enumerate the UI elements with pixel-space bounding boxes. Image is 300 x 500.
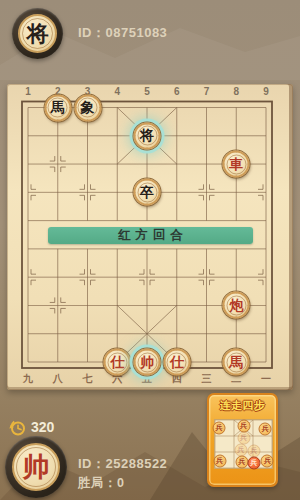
timer-clock-icon	[8, 418, 27, 437]
file-label-top: 1	[25, 86, 31, 97]
piece-glyph: 仕	[170, 355, 184, 369]
file-label-top: 4	[114, 86, 120, 97]
piece-glyph: 仕	[110, 355, 124, 369]
file-label-bottom: 三	[202, 372, 212, 386]
piece-black-象[interactable]: 象	[74, 94, 101, 121]
mini-piece: 兵	[234, 443, 247, 456]
mini-piece: 兵	[213, 455, 226, 468]
xiangqi-board[interactable]: 123456789九八七六五四三二一 馬象将卒車炮仕帅仕馬 红方回合	[7, 84, 293, 390]
promo-title: 连走四步	[209, 398, 276, 413]
player-avatar-piece: 帅	[12, 443, 60, 491]
file-label-top: 7	[204, 86, 210, 97]
piece-red-炮[interactable]: 炮	[223, 292, 250, 319]
file-label-bottom: 一	[261, 372, 271, 386]
piece-red-仕[interactable]: 仕	[163, 349, 190, 376]
piece-glyph: 馬	[51, 101, 65, 115]
timer-value: 320	[31, 419, 54, 435]
piece-glyph: 将	[140, 129, 154, 143]
file-label-top: 8	[233, 86, 239, 97]
red-general-glyph: 帅	[23, 449, 50, 485]
promo-panel-lianzou-sibu[interactable]: 连走四步 兵兵兵兵兵兵兵兵兵兵	[207, 393, 278, 487]
black-general-glyph: 将	[27, 19, 49, 49]
file-label-top: 5	[144, 86, 150, 97]
file-label-bottom: 九	[23, 372, 33, 386]
piece-glyph: 炮	[229, 298, 243, 312]
game-screen: 将 ID：08751083 123456789九八七六五四三二一 馬象将卒車炮仕…	[0, 0, 300, 500]
piece-glyph: 卒	[140, 185, 154, 199]
promo-mini-board: 兵兵兵兵兵兵兵兵兵兵	[214, 419, 273, 469]
piece-black-馬[interactable]: 馬	[44, 94, 71, 121]
turn-banner: 红方回合	[48, 227, 253, 244]
piece-red-帅[interactable]: 帅	[134, 349, 161, 376]
piece-glyph: 帅	[140, 355, 154, 369]
mini-piece: 兵	[259, 422, 272, 435]
mini-piece: 兵	[247, 457, 260, 470]
mini-piece: 兵	[261, 455, 274, 468]
player-avatar: 帅	[5, 436, 67, 498]
file-label-bottom: 七	[83, 372, 93, 386]
file-label-top: 6	[174, 86, 180, 97]
opponent-id: ID：08751083	[78, 24, 167, 42]
piece-red-仕[interactable]: 仕	[104, 349, 131, 376]
player-wins: 胜局：0	[78, 475, 124, 492]
file-label-top: 9	[263, 86, 269, 97]
opponent-avatar-piece: 将	[18, 14, 57, 53]
piece-glyph: 馬	[229, 355, 243, 369]
opponent-avatar: 将	[12, 8, 63, 59]
piece-red-車[interactable]: 車	[223, 151, 250, 178]
piece-black-将[interactable]: 将	[134, 122, 161, 149]
piece-glyph: 車	[229, 157, 243, 171]
player-id: ID：25288522	[78, 455, 167, 473]
file-label-bottom: 八	[53, 372, 63, 386]
piece-black-卒[interactable]: 卒	[134, 179, 161, 206]
piece-glyph: 象	[81, 101, 95, 115]
piece-red-馬[interactable]: 馬	[223, 349, 250, 376]
mini-piece: 兵	[212, 421, 225, 434]
mini-piece: 兵	[247, 444, 260, 457]
